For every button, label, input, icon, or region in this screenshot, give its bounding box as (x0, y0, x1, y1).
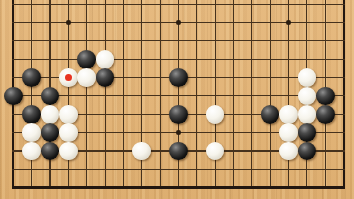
star-point (176, 20, 181, 25)
go-stone-black[interactable] (41, 142, 60, 161)
go-stone-white[interactable] (206, 142, 225, 161)
go-stone-black[interactable] (169, 142, 188, 161)
star-point (66, 20, 71, 25)
go-stone-black[interactable] (169, 68, 188, 87)
go-stone-white[interactable] (22, 142, 41, 161)
go-stone-black[interactable] (41, 123, 60, 142)
go-stone-white[interactable] (22, 123, 41, 142)
grid-line-horizontal (12, 59, 345, 60)
go-stone-black[interactable] (298, 123, 317, 142)
go-stone-black[interactable] (316, 87, 335, 106)
grid-line-horizontal (12, 169, 345, 170)
go-stone-white[interactable] (279, 123, 298, 142)
go-stone-white[interactable] (279, 142, 298, 161)
go-stone-white[interactable] (132, 142, 151, 161)
grid-line-horizontal (12, 95, 345, 96)
grid-line-horizontal (12, 186, 345, 189)
go-stone-white[interactable] (298, 105, 317, 124)
go-stone-white[interactable] (59, 68, 78, 87)
go-stone-black[interactable] (316, 105, 335, 124)
go-stone-black[interactable] (4, 87, 23, 106)
go-stone-black[interactable] (77, 50, 96, 69)
go-stone-white[interactable] (59, 142, 78, 161)
go-stone-white[interactable] (59, 105, 78, 124)
go-stone-black[interactable] (96, 68, 115, 87)
go-stone-white[interactable] (59, 123, 78, 142)
go-stone-white[interactable] (96, 50, 115, 69)
go-stone-black[interactable] (169, 105, 188, 124)
go-stone-white[interactable] (298, 87, 317, 106)
go-board[interactable] (0, 0, 354, 199)
go-stone-white[interactable] (279, 105, 298, 124)
grid-line-horizontal (12, 40, 345, 41)
go-stone-white[interactable] (77, 68, 96, 87)
go-stone-white[interactable] (206, 105, 225, 124)
go-stone-black[interactable] (22, 105, 41, 124)
screenshot-root (0, 0, 354, 199)
grid-line-horizontal (12, 4, 345, 5)
go-stone-black[interactable] (41, 87, 60, 106)
go-stone-white[interactable] (41, 105, 60, 124)
go-stone-black[interactable] (261, 105, 280, 124)
star-point (286, 20, 291, 25)
go-stone-black[interactable] (22, 68, 41, 87)
last-move-marker (65, 74, 72, 81)
star-point (176, 130, 181, 135)
go-stone-white[interactable] (298, 68, 317, 87)
go-stone-black[interactable] (298, 142, 317, 161)
